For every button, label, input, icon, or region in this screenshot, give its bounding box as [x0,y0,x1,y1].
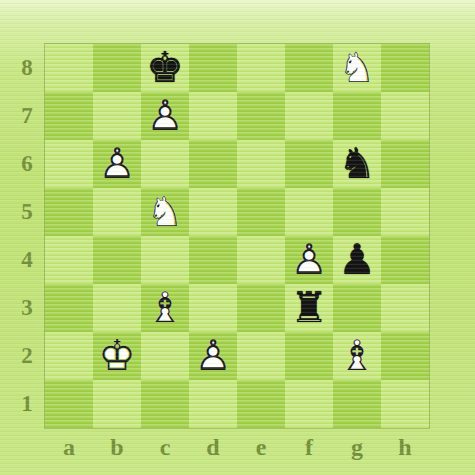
file-label-f: f [285,432,333,466]
square-b2[interactable]: ♚♔ [93,332,141,380]
rank-label-8: 8 [12,44,42,92]
square-a8[interactable] [45,44,93,92]
rank-label-7: 7 [12,92,42,140]
square-d4[interactable] [189,236,237,284]
square-d7[interactable] [189,92,237,140]
piece-white-bishop[interactable]: ♝♗ [141,284,189,332]
square-c1[interactable] [141,380,189,428]
square-g7[interactable] [333,92,381,140]
square-c3[interactable]: ♝♗ [141,284,189,332]
square-d1[interactable] [189,380,237,428]
piece-white-pawn[interactable]: ♟♙ [189,332,237,380]
square-c6[interactable] [141,140,189,188]
square-e6[interactable] [237,140,285,188]
square-a7[interactable] [45,92,93,140]
piece-white-knight[interactable]: ♞♘ [141,188,189,236]
square-e5[interactable] [237,188,285,236]
file-label-g: g [333,432,381,466]
square-g4[interactable]: ♟ [333,236,381,284]
file-labels: abcdefgh [45,432,429,466]
square-h5[interactable] [381,188,429,236]
square-a4[interactable] [45,236,93,284]
square-f2[interactable] [285,332,333,380]
square-a1[interactable] [45,380,93,428]
piece-white-pawn[interactable]: ♟♙ [93,140,141,188]
rank-label-6: 6 [12,140,42,188]
square-h8[interactable] [381,44,429,92]
file-label-a: a [45,432,93,466]
square-f8[interactable] [285,44,333,92]
piece-white-bishop[interactable]: ♝♗ [333,332,381,380]
square-e8[interactable] [237,44,285,92]
square-a6[interactable] [45,140,93,188]
rank-label-1: 1 [12,380,42,428]
square-d2[interactable]: ♟♙ [189,332,237,380]
square-e4[interactable] [237,236,285,284]
piece-white-knight[interactable]: ♞♘ [333,44,381,92]
square-f4[interactable]: ♟♙ [285,236,333,284]
square-b4[interactable] [93,236,141,284]
square-d5[interactable] [189,188,237,236]
square-e3[interactable] [237,284,285,332]
square-f1[interactable] [285,380,333,428]
square-b1[interactable] [93,380,141,428]
square-c4[interactable] [141,236,189,284]
piece-white-king[interactable]: ♚♔ [93,332,141,380]
square-d3[interactable] [189,284,237,332]
square-d6[interactable] [189,140,237,188]
file-label-c: c [141,432,189,466]
rank-label-4: 4 [12,236,42,284]
square-b5[interactable] [93,188,141,236]
square-b7[interactable] [93,92,141,140]
square-h3[interactable] [381,284,429,332]
chess-app: 87654321 ♚♞♘♟♙♟♙♞♞♘♟♙♟♝♗♜♚♔♟♙♝♗ abcdefgh [0,0,475,475]
square-b8[interactable] [93,44,141,92]
square-a2[interactable] [45,332,93,380]
square-d8[interactable] [189,44,237,92]
square-g1[interactable] [333,380,381,428]
rank-label-5: 5 [12,188,42,236]
square-a5[interactable] [45,188,93,236]
piece-white-pawn[interactable]: ♟♙ [285,236,333,284]
file-label-b: b [93,432,141,466]
piece-black-rook[interactable]: ♜ [285,284,333,332]
square-h6[interactable] [381,140,429,188]
square-h7[interactable] [381,92,429,140]
square-e1[interactable] [237,380,285,428]
square-e2[interactable] [237,332,285,380]
square-f3[interactable]: ♜ [285,284,333,332]
square-h4[interactable] [381,236,429,284]
chess-board[interactable]: ♚♞♘♟♙♟♙♞♞♘♟♙♟♝♗♜♚♔♟♙♝♗ [45,44,429,428]
square-c7[interactable]: ♟♙ [141,92,189,140]
piece-black-pawn[interactable]: ♟ [333,236,381,284]
square-e7[interactable] [237,92,285,140]
square-h1[interactable] [381,380,429,428]
square-g6[interactable]: ♞ [333,140,381,188]
rank-label-2: 2 [12,332,42,380]
square-b3[interactable] [93,284,141,332]
rank-label-3: 3 [12,284,42,332]
square-a3[interactable] [45,284,93,332]
square-f6[interactable] [285,140,333,188]
square-g8[interactable]: ♞♘ [333,44,381,92]
square-b6[interactable]: ♟♙ [93,140,141,188]
square-f5[interactable] [285,188,333,236]
piece-black-knight[interactable]: ♞ [333,140,381,188]
piece-white-pawn[interactable]: ♟♙ [141,92,189,140]
file-label-e: e [237,432,285,466]
square-g2[interactable]: ♝♗ [333,332,381,380]
square-c8[interactable]: ♚ [141,44,189,92]
square-c2[interactable] [141,332,189,380]
rank-labels: 87654321 [12,44,42,428]
file-label-d: d [189,432,237,466]
square-f7[interactable] [285,92,333,140]
square-c5[interactable]: ♞♘ [141,188,189,236]
square-g5[interactable] [333,188,381,236]
square-h2[interactable] [381,332,429,380]
square-g3[interactable] [333,284,381,332]
file-label-h: h [381,432,429,466]
piece-black-king[interactable]: ♚ [141,44,189,92]
